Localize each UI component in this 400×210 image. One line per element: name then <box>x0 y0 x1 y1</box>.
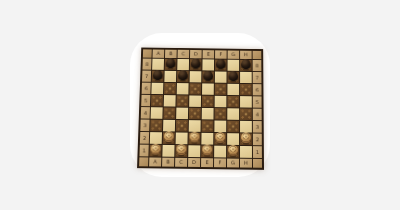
rank-label-2-right: 2 <box>252 133 261 145</box>
rank-label-1-left: 1 <box>139 144 148 156</box>
rank-label-3-right: 3 <box>252 121 261 133</box>
square-c5[interactable] <box>176 95 188 107</box>
square-d7[interactable] <box>189 71 201 82</box>
square-f1[interactable] <box>214 145 226 157</box>
square-h4[interactable] <box>240 108 252 120</box>
square-f2[interactable] <box>214 132 226 144</box>
board-grid: ABCDEFGH8877665544332211ABCDEFGH <box>137 47 264 169</box>
file-label-h-bottom: H <box>240 158 252 167</box>
file-label-b-top: B <box>164 49 176 57</box>
square-f4[interactable] <box>214 108 226 120</box>
rank-label-6-right: 6 <box>252 84 261 95</box>
file-label-h-top: H <box>240 50 252 58</box>
square-f8[interactable] <box>214 59 226 70</box>
white-man-h2[interactable] <box>241 131 251 142</box>
square-d8[interactable] <box>189 59 201 70</box>
frame-corner <box>142 49 151 57</box>
file-label-e-bottom: E <box>201 158 213 167</box>
square-h3[interactable] <box>240 120 252 132</box>
rank-label-5-left: 5 <box>141 94 150 105</box>
square-c4[interactable] <box>176 107 188 119</box>
square-c1[interactable] <box>175 145 187 157</box>
square-g1[interactable] <box>227 145 239 157</box>
square-c3[interactable] <box>175 119 187 131</box>
rank-label-4-right: 4 <box>252 108 261 120</box>
square-f6[interactable] <box>214 83 226 94</box>
rank-label-5-right: 5 <box>252 96 261 107</box>
square-d3[interactable] <box>188 120 200 132</box>
white-man-f2[interactable] <box>215 131 225 142</box>
rank-label-7-right: 7 <box>252 71 261 82</box>
square-a7[interactable] <box>151 70 163 81</box>
square-e3[interactable] <box>201 120 213 132</box>
square-h8[interactable] <box>240 59 252 70</box>
square-g2[interactable] <box>227 133 239 145</box>
square-h2[interactable] <box>240 133 252 145</box>
rank-label-2-left: 2 <box>139 131 148 143</box>
white-man-a1[interactable] <box>150 143 160 154</box>
square-b4[interactable] <box>163 107 175 119</box>
square-a8[interactable] <box>152 58 164 69</box>
square-f7[interactable] <box>214 71 226 82</box>
file-label-d-top: D <box>190 49 202 57</box>
frame-corner <box>252 50 261 58</box>
square-b8[interactable] <box>164 58 176 69</box>
file-label-g-top: G <box>227 50 239 58</box>
square-h7[interactable] <box>240 71 252 82</box>
file-label-a-bottom: A <box>149 157 161 166</box>
board-photo: ABCDEFGH8877665544332211ABCDEFGH <box>137 47 264 169</box>
file-label-g-bottom: G <box>227 158 239 167</box>
black-man-g7[interactable] <box>228 70 238 80</box>
white-man-d2[interactable] <box>189 131 199 142</box>
rank-label-6-left: 6 <box>141 82 150 93</box>
square-g5[interactable] <box>227 95 239 107</box>
square-b1[interactable] <box>162 144 174 156</box>
square-a4[interactable] <box>150 107 162 119</box>
rank-label-4-left: 4 <box>140 107 149 119</box>
black-man-d8[interactable] <box>190 57 200 67</box>
square-e4[interactable] <box>201 107 213 119</box>
square-c8[interactable] <box>177 58 189 69</box>
square-h1[interactable] <box>240 145 252 157</box>
square-h6[interactable] <box>240 83 252 94</box>
square-a6[interactable] <box>151 82 163 93</box>
rank-label-8-left: 8 <box>142 58 151 69</box>
square-d2[interactable] <box>188 132 200 144</box>
frame-corner <box>252 158 261 167</box>
file-label-f-bottom: F <box>214 158 226 167</box>
square-d1[interactable] <box>188 145 200 157</box>
white-man-b2[interactable] <box>163 130 173 141</box>
square-e6[interactable] <box>202 83 214 94</box>
file-label-b-bottom: B <box>162 157 174 166</box>
square-h5[interactable] <box>240 96 252 108</box>
square-b3[interactable] <box>163 119 175 131</box>
square-e7[interactable] <box>202 71 214 82</box>
square-b6[interactable] <box>164 82 176 93</box>
square-c7[interactable] <box>176 70 188 81</box>
square-d5[interactable] <box>189 95 201 107</box>
file-label-f-top: F <box>215 50 227 58</box>
square-b5[interactable] <box>163 95 175 107</box>
square-f3[interactable] <box>214 120 226 132</box>
square-f5[interactable] <box>214 95 226 107</box>
black-man-a7[interactable] <box>152 69 162 79</box>
square-d6[interactable] <box>189 83 201 94</box>
rank-label-3-left: 3 <box>140 119 149 131</box>
square-a5[interactable] <box>150 94 162 106</box>
app-icon-tile[interactable]: ABCDEFGH8877665544332211ABCDEFGH <box>130 33 270 177</box>
square-e8[interactable] <box>202 59 214 70</box>
square-c2[interactable] <box>175 132 187 144</box>
square-e1[interactable] <box>201 145 213 157</box>
frame-corner <box>139 157 148 166</box>
black-man-c7[interactable] <box>177 69 187 79</box>
square-e2[interactable] <box>201 132 213 144</box>
white-man-e1[interactable] <box>202 143 212 154</box>
square-g8[interactable] <box>227 59 239 70</box>
square-c6[interactable] <box>176 83 188 94</box>
square-e5[interactable] <box>201 95 213 107</box>
square-g6[interactable] <box>227 83 239 94</box>
square-d4[interactable] <box>188 107 200 119</box>
square-g4[interactable] <box>227 108 239 120</box>
file-label-c-bottom: C <box>175 157 187 166</box>
file-label-c-top: C <box>177 49 189 57</box>
square-b7[interactable] <box>164 70 176 81</box>
rank-label-7-left: 7 <box>142 70 151 81</box>
black-man-e7[interactable] <box>203 69 213 79</box>
rank-label-1-right: 1 <box>252 146 261 158</box>
white-man-g1[interactable] <box>228 144 238 155</box>
square-a3[interactable] <box>150 119 162 131</box>
file-label-d-bottom: D <box>188 157 200 166</box>
file-label-a-top: A <box>152 49 164 57</box>
black-man-h8[interactable] <box>241 58 251 68</box>
square-a1[interactable] <box>149 144 161 156</box>
rank-label-8-right: 8 <box>252 59 261 70</box>
square-a2[interactable] <box>149 132 161 144</box>
square-b2[interactable] <box>162 132 174 144</box>
square-g3[interactable] <box>227 120 239 132</box>
file-label-e-top: E <box>202 50 214 58</box>
square-g7[interactable] <box>227 71 239 82</box>
black-man-f8[interactable] <box>215 58 225 68</box>
white-man-c1[interactable] <box>176 143 186 154</box>
black-man-b8[interactable] <box>165 57 175 67</box>
